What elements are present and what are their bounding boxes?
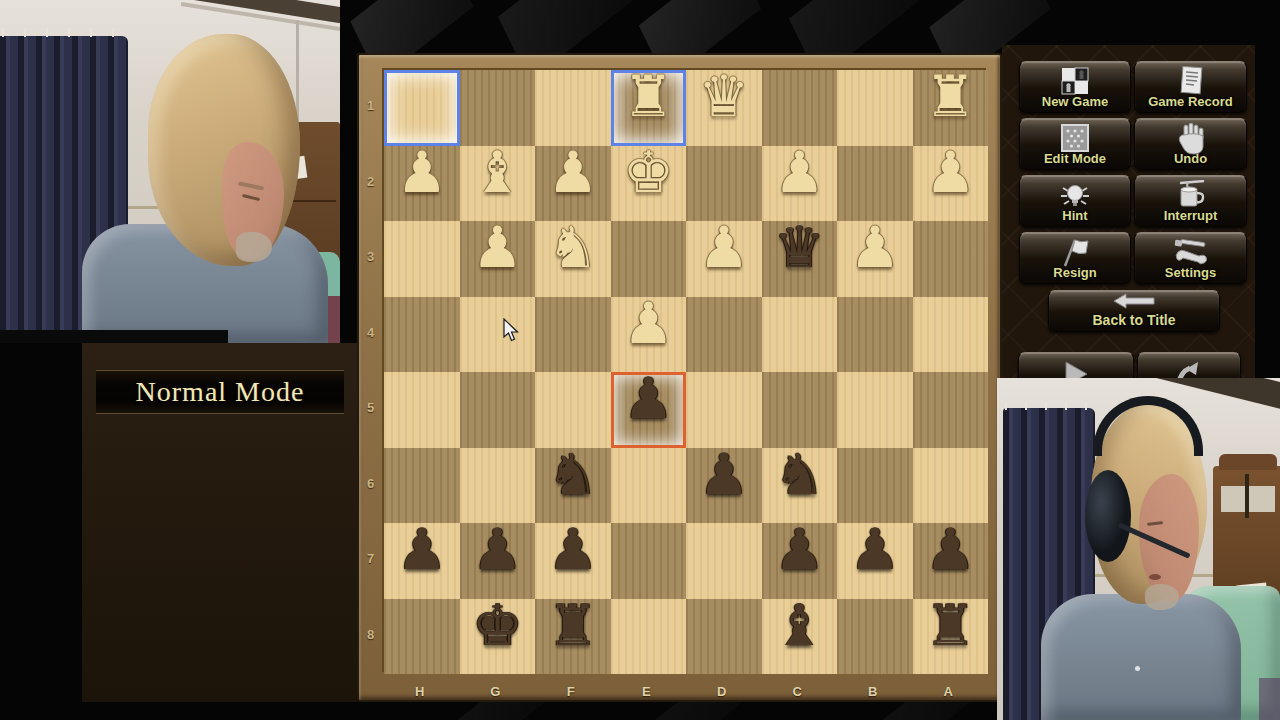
square-h4[interactable]: [384, 297, 460, 373]
resign-button[interactable]: Resign: [1019, 232, 1131, 284]
black-pawn[interactable]: ♟: [535, 512, 611, 588]
white-pawn[interactable]: ♟: [611, 286, 687, 362]
black-rook[interactable]: ♜: [535, 588, 611, 664]
file-label-b: B: [835, 684, 911, 706]
white-pawn[interactable]: ♟: [686, 210, 762, 286]
square-b4[interactable]: [837, 297, 913, 373]
square-d6[interactable]: ♟: [686, 448, 762, 524]
webcam-bottom-right: [997, 378, 1280, 720]
white-pawn[interactable]: ♟: [384, 135, 460, 211]
file-label-e: E: [609, 684, 685, 706]
left-leather-panel: Normal Mode: [82, 343, 357, 702]
settings-tools-icon: [1173, 237, 1209, 267]
black-pawn[interactable]: ♟: [762, 512, 838, 588]
square-g5[interactable]: [460, 372, 536, 448]
chess-board-frame: ♜♛♜♟♝♟♚♟♟♟♞♟♛♟♟♟♞♟♞♟♟♟♟♟♟♚♜♝♜ 12345678HG…: [357, 53, 1002, 702]
square-a5[interactable]: [913, 372, 989, 448]
white-bishop[interactable]: ♝: [460, 135, 536, 211]
black-pawn[interactable]: ♟: [611, 361, 687, 437]
settings-button[interactable]: Settings: [1134, 232, 1247, 284]
game-record-button[interactable]: Game Record: [1134, 61, 1247, 113]
square-h2[interactable]: ♟: [384, 146, 460, 222]
candlestick: [1245, 474, 1249, 518]
mode-banner-text: Normal Mode: [136, 376, 305, 408]
rank-label-6: 6: [359, 446, 382, 522]
square-b8[interactable]: [837, 599, 913, 675]
white-rook[interactable]: ♜: [611, 59, 687, 135]
file-label-d: D: [684, 684, 760, 706]
back-arrow-icon: [1112, 293, 1156, 309]
square-e2[interactable]: ♚: [611, 146, 687, 222]
edit-mode-icon: [1060, 123, 1090, 153]
black-pawn[interactable]: ♟: [913, 512, 989, 588]
square-a2[interactable]: ♟: [913, 146, 989, 222]
square-g3[interactable]: ♟: [460, 221, 536, 297]
black-bishop[interactable]: ♝: [762, 588, 838, 664]
undo-hand-icon: [1176, 123, 1206, 155]
interrupt-mug-icon: [1174, 180, 1208, 210]
rank-label-8: 8: [359, 597, 382, 673]
game-record-icon: [1178, 66, 1204, 96]
square-d4[interactable]: [686, 297, 762, 373]
square-e6[interactable]: [611, 448, 687, 524]
black-pawn[interactable]: ♟: [460, 512, 536, 588]
white-queen[interactable]: ♛: [686, 59, 762, 135]
white-pawn[interactable]: ♟: [535, 135, 611, 211]
square-a3[interactable]: [913, 221, 989, 297]
headphone-earcup: [1085, 470, 1131, 562]
square-d3[interactable]: ♟: [686, 221, 762, 297]
black-pawn[interactable]: ♟: [686, 437, 762, 513]
rank-label-4: 4: [359, 295, 382, 371]
white-knight[interactable]: ♞: [535, 210, 611, 286]
screen: { "game": "chess", "position": { "fen": …: [0, 0, 1280, 720]
couch-side-dark: [1259, 678, 1280, 720]
mode-banner: Normal Mode: [96, 370, 344, 414]
square-g8[interactable]: ♚: [460, 599, 536, 675]
white-pawn[interactable]: ♟: [762, 135, 838, 211]
headphone-band: [1093, 396, 1203, 456]
rank-label-7: 7: [359, 521, 382, 597]
white-rook[interactable]: ♜: [913, 59, 989, 135]
shirt-button: [1135, 666, 1140, 671]
file-label-c: C: [760, 684, 836, 706]
file-label-a: A: [911, 684, 987, 706]
resign-flag-icon: [1059, 237, 1091, 267]
square-b7[interactable]: ♟: [837, 523, 913, 599]
square-c4[interactable]: [762, 297, 838, 373]
curtain-hooks: [1005, 402, 1093, 410]
webcam-top-left: [0, 0, 340, 343]
interrupt-button[interactable]: Interrupt: [1134, 175, 1247, 227]
black-pawn[interactable]: ♟: [837, 512, 913, 588]
black-queen[interactable]: ♛: [762, 210, 838, 286]
square-b5[interactable]: [837, 372, 913, 448]
washstand-crest: [1219, 454, 1277, 470]
square-h7[interactable]: ♟: [384, 523, 460, 599]
square-g4[interactable]: [460, 297, 536, 373]
file-label-h: H: [382, 684, 458, 706]
hint-button[interactable]: Hint: [1019, 175, 1131, 227]
player-stubble: [1145, 584, 1179, 610]
square-c8[interactable]: ♝: [762, 599, 838, 675]
player-stubble: [236, 232, 272, 262]
square-b1[interactable]: [837, 70, 913, 146]
white-pawn[interactable]: ♟: [460, 210, 536, 286]
square-h5[interactable]: [384, 372, 460, 448]
white-pawn[interactable]: ♟: [837, 210, 913, 286]
back-to-title-button[interactable]: Back to Title: [1048, 290, 1220, 332]
edit-mode-button[interactable]: Edit Mode: [1019, 118, 1131, 170]
new-game-button[interactable]: New Game: [1019, 61, 1131, 113]
white-king[interactable]: ♚: [611, 135, 687, 211]
square-b3[interactable]: ♟: [837, 221, 913, 297]
square-d7[interactable]: [686, 523, 762, 599]
square-f3[interactable]: ♞: [535, 221, 611, 297]
black-king[interactable]: ♚: [460, 588, 536, 664]
file-label-g: G: [458, 684, 534, 706]
undo-button[interactable]: Undo: [1134, 118, 1247, 170]
square-e5[interactable]: ♟: [611, 372, 687, 448]
back-to-title-label: Back to Title: [1093, 312, 1176, 331]
rank-label-5: 5: [359, 370, 382, 446]
mouse-cursor: [503, 318, 520, 346]
new-game-icon: [1060, 66, 1090, 96]
square-f4[interactable]: [535, 297, 611, 373]
square-d8[interactable]: [686, 599, 762, 675]
black-rook[interactable]: ♜: [913, 588, 989, 664]
square-f8[interactable]: ♜: [535, 599, 611, 675]
player-mouth: [1149, 574, 1161, 580]
rank-label-2: 2: [359, 144, 382, 220]
curtain-hooks: [2, 28, 128, 37]
webcam-bottom-black: [0, 330, 228, 343]
file-label-f: F: [533, 684, 609, 706]
square-e7[interactable]: [611, 523, 687, 599]
square-a8[interactable]: ♜: [913, 599, 989, 675]
chess-board[interactable]: ♜♛♜♟♝♟♚♟♟♟♞♟♛♟♟♟♞♟♞♟♟♟♟♟♟♚♜♝♜: [382, 68, 986, 672]
square-h3[interactable]: [384, 221, 460, 297]
square-e8[interactable]: [611, 599, 687, 675]
square-c3[interactable]: ♛: [762, 221, 838, 297]
white-pawn[interactable]: ♟: [913, 135, 989, 211]
black-knight[interactable]: ♞: [762, 437, 838, 513]
square-d1[interactable]: ♛: [686, 70, 762, 146]
rank-label-1: 1: [359, 68, 382, 144]
black-knight[interactable]: ♞: [535, 437, 611, 513]
rank-label-3: 3: [359, 219, 382, 295]
square-h8[interactable]: [384, 599, 460, 675]
hint-bulb-icon: [1058, 180, 1092, 210]
black-pawn[interactable]: ♟: [384, 512, 460, 588]
player-shirt: [1041, 594, 1241, 720]
square-a4[interactable]: [913, 297, 989, 373]
